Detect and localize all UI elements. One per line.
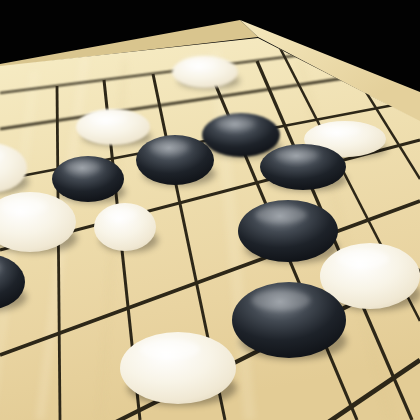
stone-highlight [275,149,320,162]
stone-black [238,200,339,264]
stone-highlight [337,250,389,268]
stone-highlight [183,59,217,68]
stone-highlight [89,113,127,123]
stone-highlight [251,290,310,311]
go-board [0,0,420,420]
stone-highlight [215,117,256,129]
stone-highlight [149,140,190,154]
goban-photo-scene [0,0,420,420]
stone-highlight [255,206,307,223]
stone-highlight [64,161,101,174]
stone-highlight [318,125,361,135]
stone-highlight [105,208,137,221]
stone-white [120,332,237,406]
stone-highlight [140,339,200,359]
stone-highlight [0,198,47,215]
stone-black [232,282,347,360]
